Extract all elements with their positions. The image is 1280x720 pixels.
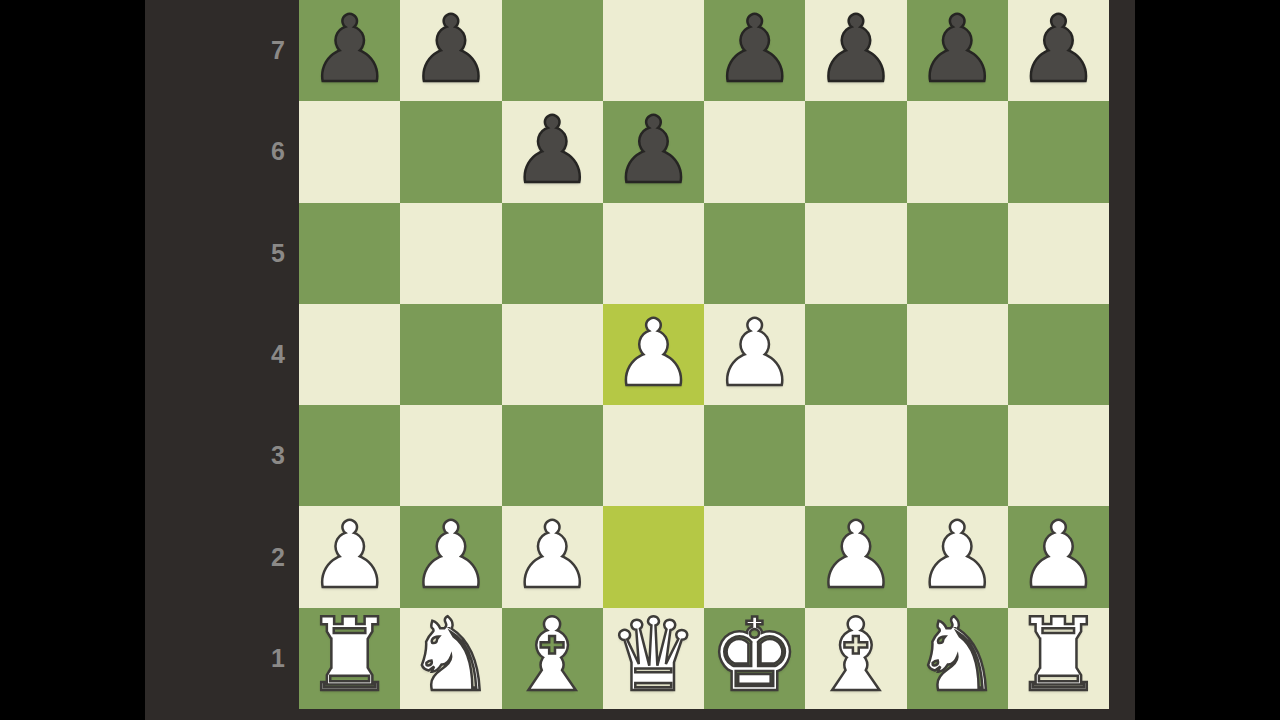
square-a7[interactable]: ♟ [299,0,400,101]
square-c5[interactable] [502,203,603,304]
square-a4[interactable] [299,304,400,405]
square-a1[interactable]: ♜ [299,608,400,709]
rank-label-1: 1 [145,608,292,709]
rank-label-4: 4 [145,304,292,405]
rank-label-6: 6 [145,101,292,202]
square-h2[interactable]: ♟ [1008,506,1109,607]
black-pawn[interactable]: ♟ [1017,4,1099,96]
square-b5[interactable] [400,203,501,304]
square-f7[interactable]: ♟ [805,0,906,101]
rank-label-5: 5 [145,203,292,304]
square-e1[interactable]: ♚ [704,608,805,709]
square-f1[interactable]: ♝ [805,608,906,709]
square-f6[interactable] [805,101,906,202]
white-rook[interactable]: ♜ [304,605,395,706]
white-king[interactable]: ♚ [709,605,800,706]
square-c1[interactable]: ♝ [502,608,603,709]
square-h5[interactable] [1008,203,1109,304]
square-c6[interactable]: ♟ [502,101,603,202]
white-pawn[interactable]: ♟ [612,308,694,400]
white-pawn[interactable]: ♟ [308,510,390,602]
square-e7[interactable]: ♟ [704,0,805,101]
board-panel: 7654321 ♟♟♟♟♟♟♟♟♟♟♟♟♟♟♟♟♜♞♝♛♚♝♞♜ [145,0,1135,720]
square-b7[interactable]: ♟ [400,0,501,101]
square-g3[interactable] [907,405,1008,506]
square-e6[interactable] [704,101,805,202]
white-bishop[interactable]: ♝ [507,605,598,706]
square-g2[interactable]: ♟ [907,506,1008,607]
white-knight[interactable]: ♞ [912,605,1003,706]
square-d5[interactable] [603,203,704,304]
white-pawn[interactable]: ♟ [815,510,897,602]
square-h6[interactable] [1008,101,1109,202]
square-a3[interactable] [299,405,400,506]
square-h3[interactable] [1008,405,1109,506]
square-a2[interactable]: ♟ [299,506,400,607]
square-c2[interactable]: ♟ [502,506,603,607]
square-d1[interactable]: ♛ [603,608,704,709]
square-d3[interactable] [603,405,704,506]
square-e2[interactable] [704,506,805,607]
square-b6[interactable] [400,101,501,202]
square-b1[interactable]: ♞ [400,608,501,709]
square-d7[interactable] [603,0,704,101]
square-a6[interactable] [299,101,400,202]
black-pawn[interactable]: ♟ [916,4,998,96]
square-h4[interactable] [1008,304,1109,405]
square-d2[interactable] [603,506,704,607]
square-b3[interactable] [400,405,501,506]
white-pawn[interactable]: ♟ [916,510,998,602]
white-pawn[interactable]: ♟ [1017,510,1099,602]
square-g4[interactable] [907,304,1008,405]
square-h1[interactable]: ♜ [1008,608,1109,709]
square-b4[interactable] [400,304,501,405]
square-f3[interactable] [805,405,906,506]
white-pawn[interactable]: ♟ [511,510,593,602]
square-h7[interactable]: ♟ [1008,0,1109,101]
black-pawn[interactable]: ♟ [713,4,795,96]
square-d4[interactable]: ♟ [603,304,704,405]
black-pawn[interactable]: ♟ [612,105,694,197]
square-c7[interactable] [502,0,603,101]
square-b2[interactable]: ♟ [400,506,501,607]
square-c4[interactable] [502,304,603,405]
square-c3[interactable] [502,405,603,506]
white-pawn[interactable]: ♟ [713,308,795,400]
black-pawn[interactable]: ♟ [511,105,593,197]
square-g1[interactable]: ♞ [907,608,1008,709]
square-d6[interactable]: ♟ [603,101,704,202]
square-f2[interactable]: ♟ [805,506,906,607]
square-a5[interactable] [299,203,400,304]
black-pawn[interactable]: ♟ [815,4,897,96]
rank-label-2: 2 [145,507,292,608]
square-e4[interactable]: ♟ [704,304,805,405]
rank-labels: 7654321 [145,0,292,720]
white-bishop[interactable]: ♝ [811,605,902,706]
square-f4[interactable] [805,304,906,405]
square-g6[interactable] [907,101,1008,202]
black-pawn[interactable]: ♟ [308,4,390,96]
square-e5[interactable] [704,203,805,304]
black-pawn[interactable]: ♟ [410,4,492,96]
rank-label-7: 7 [145,0,292,101]
chess-board: ♟♟♟♟♟♟♟♟♟♟♟♟♟♟♟♟♜♞♝♛♚♝♞♜ [299,0,1109,709]
square-e3[interactable] [704,405,805,506]
white-pawn[interactable]: ♟ [410,510,492,602]
square-f5[interactable] [805,203,906,304]
square-g5[interactable] [907,203,1008,304]
rank-label-3: 3 [145,405,292,506]
white-knight[interactable]: ♞ [406,605,497,706]
white-queen[interactable]: ♛ [608,605,699,706]
white-rook[interactable]: ♜ [1013,605,1104,706]
square-g7[interactable]: ♟ [907,0,1008,101]
